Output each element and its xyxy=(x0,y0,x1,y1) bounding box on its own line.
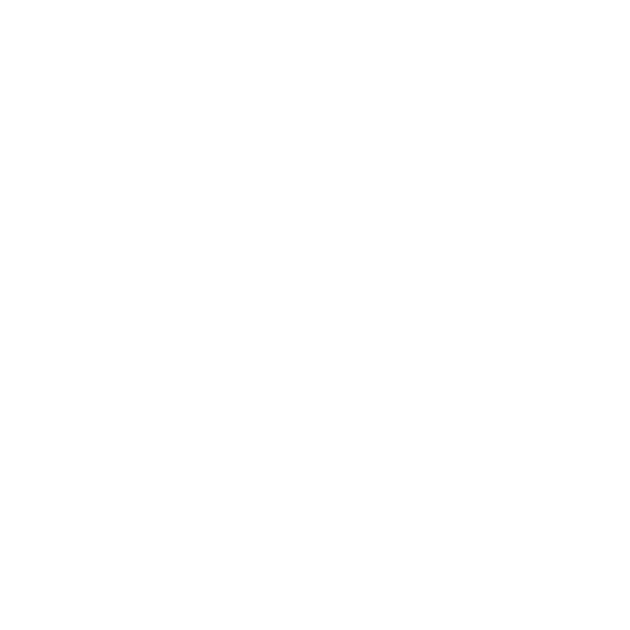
chess-board-scene xyxy=(0,0,630,630)
chess-set-product-photo xyxy=(0,0,630,630)
